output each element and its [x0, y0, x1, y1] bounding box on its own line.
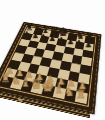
perspective-scene: ♜♞♝♛♚♝♞♜♟♟♟♟♟♟♟♟♟♟♟♟♟♟♟♟♜♞♝♛♚♝♞♜	[0, 0, 105, 120]
brass-clasp	[17, 98, 22, 103]
square-h1	[75, 91, 88, 104]
chess-set-photo: ♜♞♝♛♚♝♞♜♟♟♟♟♟♟♟♟♟♟♟♟♟♟♟♟♜♞♝♛♚♝♞♜	[0, 0, 105, 120]
chess-board: ♜♞♝♛♚♝♞♜♟♟♟♟♟♟♟♟♟♟♟♟♟♟♟♟♜♞♝♛♚♝♞♜	[0, 22, 101, 115]
